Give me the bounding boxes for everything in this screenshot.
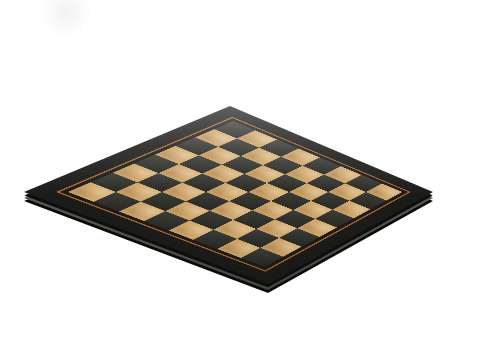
chess-board: [24, 106, 433, 284]
product-photo-scene: [0, 0, 480, 360]
